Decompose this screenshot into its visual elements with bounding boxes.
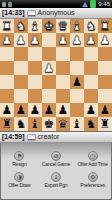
square-f6[interactable] [28,89,42,103]
square-d8[interactable]: ♛ [56,117,70,131]
square-h3[interactable] [0,47,14,61]
square-d5[interactable] [56,75,70,89]
status-left-icons [2,2,12,7]
square-f2[interactable]: ♟ [28,33,42,47]
action-button-offer-add-time[interactable]: ◷Offer Add Time [74,151,111,167]
square-g4[interactable] [14,61,28,75]
square-b2[interactable]: ♟ [84,33,98,47]
white-bishop-piece: ♝ [30,19,41,33]
action-button-label: Resign [12,162,26,167]
app-screen: 9:45 [14:33] Anonymous ♜♞♝♚♛♝♞♜♟♟♟♟♟♟♟♟♟… [0,0,112,200]
white-pawn-piece: ♟ [30,33,41,47]
white-pawn-piece: ♟ [44,61,55,75]
bottom-player-name: creator [38,133,60,141]
gear-icon: ⚙ [88,172,98,182]
square-g8[interactable]: ♞ [14,117,28,131]
action-panel: ⚑Resign⊘Cancel Game◷Offer Add Time◑Offer… [0,143,112,200]
white-rook-piece: ♜ [2,19,13,33]
black-knight-piece: ♞ [86,117,97,131]
square-h2[interactable]: ♟ [0,33,14,47]
white-king-piece: ♚ [44,19,55,33]
square-b1[interactable]: ♞ [84,19,98,33]
white-pawn-piece: ♟ [2,33,13,47]
bottom-player-bar: [14:59] creator [0,131,112,143]
square-d3[interactable] [56,47,70,61]
black-pawn-piece: ♟ [72,75,83,89]
status-clock: 9:45 [98,1,110,7]
top-player-clock: [14:33] [2,9,25,17]
square-f4[interactable] [28,61,42,75]
square-a7[interactable]: ♟ [98,103,112,117]
white-pawn-piece: ♟ [86,33,97,47]
square-d1[interactable]: ♛ [56,19,70,33]
square-e7[interactable]: ♟ [42,103,56,117]
square-c8[interactable]: ♝ [70,117,84,131]
black-pawn-piece: ♟ [86,103,97,117]
action-button-resign[interactable]: ⚑Resign [1,151,38,167]
square-e5[interactable] [42,75,56,89]
action-button-label: Export Pgn [45,183,68,188]
square-g2[interactable]: ♟ [14,33,28,47]
black-bishop-piece: ♝ [30,117,41,131]
square-d6[interactable] [56,89,70,103]
square-b8[interactable]: ♞ [84,117,98,131]
square-g3[interactable] [14,47,28,61]
square-h8[interactable]: ♜ [0,117,14,131]
black-pawn-piece: ♟ [58,103,69,117]
battery-icon [90,0,96,8]
square-a3[interactable] [98,47,112,61]
square-a8[interactable]: ♜ [98,117,112,131]
square-b6[interactable] [84,89,98,103]
black-rook-piece: ♜ [100,117,111,131]
square-c1[interactable]: ♝ [70,19,84,33]
square-h4[interactable] [0,61,14,75]
status-bar: 9:45 [0,0,112,8]
square-e3[interactable] [42,47,56,61]
square-e2[interactable] [42,33,56,47]
square-c2[interactable]: ♟ [70,33,84,47]
square-h1[interactable]: ♜ [0,19,14,33]
square-b7[interactable]: ♟ [84,103,98,117]
action-button-cancel-game[interactable]: ⊘Cancel Game [38,151,75,167]
black-pawn-piece: ♟ [2,103,13,117]
sd-card-icon [8,2,12,7]
square-f5[interactable] [28,75,42,89]
square-c4[interactable] [70,61,84,75]
square-e4[interactable]: ♟ [42,61,56,75]
action-button-label: Offer Draw [8,183,30,188]
export-icon: ↓ [51,172,61,182]
square-d7[interactable]: ♟ [56,103,70,117]
black-bishop-piece: ♝ [72,117,83,131]
black-pawn-piece: ♟ [16,103,27,117]
square-h6[interactable] [0,89,14,103]
clock-icon: ◷ [88,151,98,161]
square-c7[interactable] [70,103,84,117]
top-player-bar: [14:33] Anonymous [0,8,112,19]
player-flag-icon [27,10,36,17]
black-queen-piece: ♛ [58,117,69,131]
action-button-offer-draw[interactable]: ◑Offer Draw [1,172,38,188]
action-button-export-pgn[interactable]: ↓Export Pgn [38,172,75,188]
top-player-name: Anonymous [38,9,75,17]
square-g6[interactable] [14,89,28,103]
square-g5[interactable] [14,75,28,89]
square-e8[interactable]: ♚ [42,117,56,131]
white-knight-piece: ♞ [86,19,97,33]
square-c6[interactable] [70,89,84,103]
square-h7[interactable]: ♟ [0,103,14,117]
square-c3[interactable] [70,47,84,61]
white-pawn-piece: ♟ [58,33,69,47]
white-knight-piece: ♞ [16,19,27,33]
square-b4[interactable] [84,61,98,75]
square-f3[interactable] [28,47,42,61]
action-button-grid: ⚑Resign⊘Cancel Game◷Offer Add Time◑Offer… [1,151,111,188]
action-button-preferences[interactable]: ⚙Preferences [74,172,111,188]
white-pawn-piece: ♟ [72,33,83,47]
cancel-icon: ⊘ [51,151,61,161]
bottom-player-clock: [14:59] [2,133,25,141]
half-circle-icon: ◑ [14,172,24,182]
status-right-icons: 9:45 [82,0,110,8]
black-king-piece: ♚ [44,117,55,131]
black-rook-piece: ♜ [2,117,13,131]
square-g1[interactable]: ♞ [14,19,28,33]
square-d4[interactable] [56,61,70,75]
action-button-label: Preferences [80,183,105,188]
square-a5[interactable] [98,75,112,89]
action-button-label: Offer Add Time [77,162,107,167]
white-pawn-piece: ♟ [16,33,27,47]
square-e6[interactable] [42,89,56,103]
square-g7[interactable]: ♟ [14,103,28,117]
square-f7[interactable]: ♟ [28,103,42,117]
flag-icon: ⚑ [14,151,24,161]
black-pawn-piece: ♟ [30,103,41,117]
square-a6[interactable] [98,89,112,103]
square-e1[interactable]: ♚ [42,19,56,33]
black-pawn-piece: ♟ [100,103,111,117]
white-queen-piece: ♛ [58,19,69,33]
black-knight-piece: ♞ [16,117,27,131]
white-pawn-piece: ♟ [100,33,111,47]
square-h5[interactable] [0,75,14,89]
player-flag-icon [27,134,36,141]
square-f8[interactable]: ♝ [28,117,42,131]
square-a4[interactable] [98,61,112,75]
action-button-label: Cancel Game [42,162,70,167]
black-pawn-piece: ♟ [44,103,55,117]
square-b5[interactable] [84,75,98,89]
square-c5[interactable]: ♟ [70,75,84,89]
signal-icon [82,2,88,7]
square-f1[interactable]: ♝ [28,19,42,33]
square-d2[interactable]: ♟ [56,33,70,47]
square-b3[interactable] [84,47,98,61]
white-rook-piece: ♜ [100,19,111,33]
chess-board: ♜♞♝♚♛♝♞♜♟♟♟♟♟♟♟♟♟♟♟♟♟♟♟♟♜♞♝♚♛♝♞♜ [0,19,112,131]
square-a1[interactable]: ♜ [98,19,112,33]
usb-icon [2,2,6,7]
white-bishop-piece: ♝ [72,19,83,33]
square-a2[interactable]: ♟ [98,33,112,47]
